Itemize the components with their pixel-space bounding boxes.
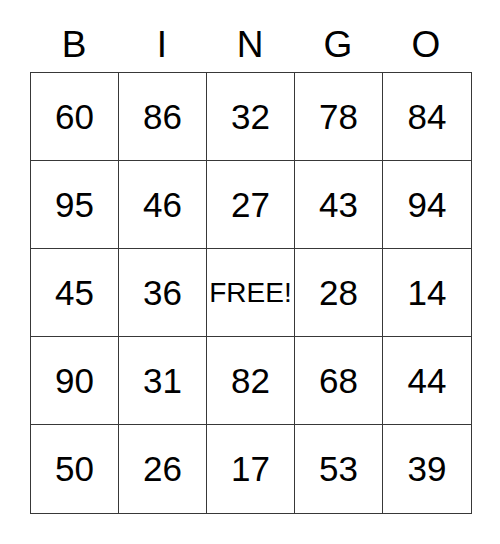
bingo-cell-r1c1[interactable]: 46: [119, 161, 207, 249]
header-letter-g: G: [294, 26, 382, 72]
bingo-cell-r4c4[interactable]: 39: [383, 425, 471, 513]
bingo-cell-r0c3[interactable]: 78: [295, 73, 383, 161]
bingo-cell-r3c2[interactable]: 82: [207, 337, 295, 425]
bingo-cell-r3c1[interactable]: 31: [119, 337, 207, 425]
bingo-cell-r4c0[interactable]: 50: [31, 425, 119, 513]
bingo-cell-r1c0[interactable]: 95: [31, 161, 119, 249]
header-letter-n: N: [206, 26, 294, 72]
bingo-cell-r3c3[interactable]: 68: [295, 337, 383, 425]
bingo-cell-r0c0[interactable]: 60: [31, 73, 119, 161]
header-letter-b: B: [30, 26, 118, 72]
bingo-cell-r2c0[interactable]: 45: [31, 249, 119, 337]
bingo-card: BINGO 608632788495462743944536FREE!28149…: [30, 0, 470, 514]
free-cell[interactable]: FREE!: [207, 249, 295, 337]
bingo-cell-r4c1[interactable]: 26: [119, 425, 207, 513]
bingo-cell-r2c3[interactable]: 28: [295, 249, 383, 337]
bingo-cell-r4c3[interactable]: 53: [295, 425, 383, 513]
bingo-cell-r1c3[interactable]: 43: [295, 161, 383, 249]
bingo-cell-r2c1[interactable]: 36: [119, 249, 207, 337]
bingo-cell-r3c4[interactable]: 44: [383, 337, 471, 425]
bingo-grid: 608632788495462743944536FREE!28149031826…: [30, 72, 472, 514]
header-letter-i: I: [118, 26, 206, 72]
bingo-cell-r3c0[interactable]: 90: [31, 337, 119, 425]
bingo-cell-r0c2[interactable]: 32: [207, 73, 295, 161]
header-letter-o: O: [382, 26, 470, 72]
bingo-cell-r2c4[interactable]: 14: [383, 249, 471, 337]
bingo-header: BINGO: [30, 0, 470, 72]
bingo-cell-r4c2[interactable]: 17: [207, 425, 295, 513]
bingo-cell-r1c2[interactable]: 27: [207, 161, 295, 249]
bingo-cell-r0c1[interactable]: 86: [119, 73, 207, 161]
bingo-cell-r1c4[interactable]: 94: [383, 161, 471, 249]
bingo-cell-r0c4[interactable]: 84: [383, 73, 471, 161]
